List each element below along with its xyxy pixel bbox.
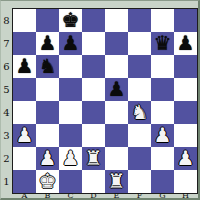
black-pawn-piece: ♟ <box>174 32 197 55</box>
file-label-e: E <box>105 192 128 200</box>
square-b7[interactable]: ♟ <box>36 32 59 55</box>
white-rook-piece: ♜ <box>82 147 105 170</box>
square-c6[interactable] <box>59 55 82 78</box>
square-g7[interactable]: ♛ <box>151 32 174 55</box>
rank-label-3: 3 <box>1 124 12 147</box>
white-rook-piece: ♜ <box>105 170 128 193</box>
square-b1[interactable]: ♚ <box>36 170 59 193</box>
square-b8[interactable] <box>36 9 59 32</box>
white-pawn-piece: ♟ <box>36 147 59 170</box>
square-e5[interactable]: ♟ <box>105 78 128 101</box>
black-queen-piece: ♛ <box>151 32 174 55</box>
square-h5[interactable] <box>174 78 197 101</box>
white-knight-piece: ♞ <box>128 101 151 124</box>
square-d1[interactable] <box>82 170 105 193</box>
square-a3[interactable]: ♟ <box>13 124 36 147</box>
file-label-h: H <box>174 192 197 200</box>
square-h8[interactable] <box>174 9 197 32</box>
rank-label-6: 6 <box>1 55 12 78</box>
rank-label-2: 2 <box>1 147 12 170</box>
square-c8[interactable]: ♚ <box>59 9 82 32</box>
black-pawn-piece: ♟ <box>59 32 82 55</box>
white-pawn-piece: ♟ <box>151 124 174 147</box>
square-c4[interactable] <box>59 101 82 124</box>
square-c2[interactable]: ♟ <box>59 147 82 170</box>
square-e7[interactable] <box>105 32 128 55</box>
square-c7[interactable]: ♟ <box>59 32 82 55</box>
file-label-f: F <box>128 192 151 200</box>
square-d4[interactable] <box>82 101 105 124</box>
square-f6[interactable] <box>128 55 151 78</box>
square-h7[interactable]: ♟ <box>174 32 197 55</box>
square-g5[interactable] <box>151 78 174 101</box>
square-a2[interactable] <box>13 147 36 170</box>
file-label-b: B <box>36 192 59 200</box>
square-h4[interactable] <box>174 101 197 124</box>
square-c5[interactable] <box>59 78 82 101</box>
white-pawn-piece: ♟ <box>13 124 36 147</box>
square-d8[interactable] <box>82 9 105 32</box>
square-a4[interactable] <box>13 101 36 124</box>
square-h2[interactable]: ♟ <box>174 147 197 170</box>
square-b4[interactable] <box>36 101 59 124</box>
rank-label-5: 5 <box>1 78 12 101</box>
square-d5[interactable] <box>82 78 105 101</box>
square-f7[interactable] <box>128 32 151 55</box>
rank-label-7: 7 <box>1 32 12 55</box>
square-f5[interactable] <box>128 78 151 101</box>
square-c1[interactable] <box>59 170 82 193</box>
black-king-piece: ♚ <box>59 9 82 32</box>
square-a5[interactable] <box>13 78 36 101</box>
file-label-d: D <box>82 192 105 200</box>
white-pawn-piece: ♟ <box>174 147 197 170</box>
square-f2[interactable] <box>128 147 151 170</box>
rank-label-8: 8 <box>1 9 12 32</box>
file-label-c: C <box>59 192 82 200</box>
square-f8[interactable] <box>128 9 151 32</box>
rank-label-4: 4 <box>1 101 12 124</box>
black-pawn-piece: ♟ <box>13 55 36 78</box>
square-c3[interactable] <box>59 124 82 147</box>
square-e3[interactable] <box>105 124 128 147</box>
square-e2[interactable] <box>105 147 128 170</box>
square-d2[interactable]: ♜ <box>82 147 105 170</box>
black-pawn-piece: ♟ <box>36 32 59 55</box>
black-pawn-piece: ♟ <box>105 78 128 101</box>
chessboard[interactable]: ♚♟♟♛♟♟♞♟♞♟♟♟♟♜♟♚♜ <box>12 8 198 194</box>
file-label-g: G <box>151 192 174 200</box>
square-h6[interactable] <box>174 55 197 78</box>
rank-labels: 87654321 <box>1 9 12 193</box>
square-g3[interactable]: ♟ <box>151 124 174 147</box>
square-g4[interactable] <box>151 101 174 124</box>
white-pawn-piece: ♟ <box>59 147 82 170</box>
square-a1[interactable] <box>13 170 36 193</box>
square-a8[interactable] <box>13 9 36 32</box>
square-h1[interactable] <box>174 170 197 193</box>
square-e6[interactable] <box>105 55 128 78</box>
square-b2[interactable]: ♟ <box>36 147 59 170</box>
square-d6[interactable] <box>82 55 105 78</box>
white-king-piece: ♚ <box>36 170 59 193</box>
square-f1[interactable] <box>128 170 151 193</box>
square-f4[interactable]: ♞ <box>128 101 151 124</box>
file-labels: ABCDEFGH <box>13 192 197 200</box>
square-b6[interactable]: ♞ <box>36 55 59 78</box>
file-label-a: A <box>13 192 36 200</box>
square-d3[interactable] <box>82 124 105 147</box>
square-e8[interactable] <box>105 9 128 32</box>
rank-label-1: 1 <box>1 170 12 193</box>
square-b5[interactable] <box>36 78 59 101</box>
square-e4[interactable] <box>105 101 128 124</box>
square-a6[interactable]: ♟ <box>13 55 36 78</box>
square-b3[interactable] <box>36 124 59 147</box>
square-e1[interactable]: ♜ <box>105 170 128 193</box>
square-g8[interactable] <box>151 9 174 32</box>
square-a7[interactable] <box>13 32 36 55</box>
square-g6[interactable] <box>151 55 174 78</box>
black-knight-piece: ♞ <box>36 55 59 78</box>
chessboard-frame: 87654321 ♚♟♟♛♟♟♞♟♞♟♟♟♟♜♟♚♜ ABCDEFGH <box>0 0 200 200</box>
square-g1[interactable] <box>151 170 174 193</box>
square-h3[interactable] <box>174 124 197 147</box>
square-f3[interactable] <box>128 124 151 147</box>
square-g2[interactable] <box>151 147 174 170</box>
square-d7[interactable] <box>82 32 105 55</box>
